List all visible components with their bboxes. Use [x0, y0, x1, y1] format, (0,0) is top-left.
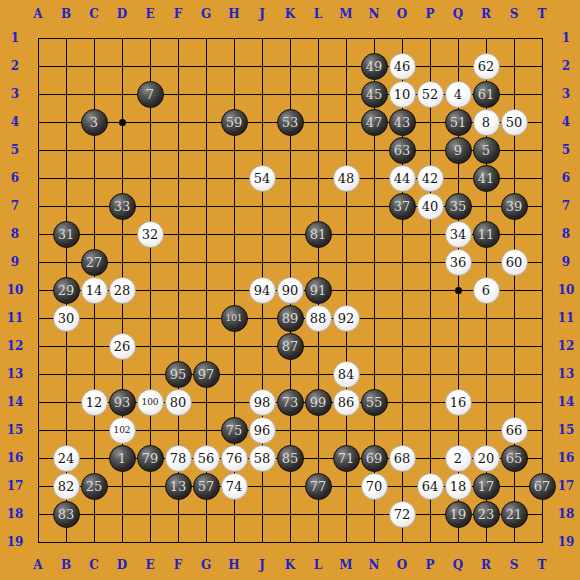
stone-black-29-B10[interactable]: 29 [53, 277, 80, 304]
stone-white-34-Q8[interactable]: 34 [445, 221, 472, 248]
stone-black-75-H15[interactable]: 75 [221, 417, 248, 444]
stone-black-33-D7[interactable]: 33 [109, 193, 136, 220]
stone-black-57-G17[interactable]: 57 [193, 473, 220, 500]
move-number: 29 [58, 283, 75, 298]
stone-black-21-S18[interactable]: 21 [501, 501, 528, 528]
col-top-label-H: H [220, 2, 248, 26]
move-number: 73 [282, 395, 299, 410]
col-bottom-label-S: S [500, 553, 528, 577]
stone-white-46-O2[interactable]: 46 [389, 53, 416, 80]
stone-black-25-C17[interactable]: 25 [81, 473, 108, 500]
move-number: 46 [394, 59, 411, 74]
col-bottom-label-L: L [304, 553, 332, 577]
col-top-label-K: K [276, 2, 304, 26]
move-number: 42 [422, 171, 439, 186]
stone-white-100-E14[interactable]: 100 [137, 389, 164, 416]
move-number: 60 [506, 255, 523, 270]
stone-black-91-L10[interactable]: 91 [305, 277, 332, 304]
stone-black-45-N3[interactable]: 45 [361, 81, 388, 108]
stone-white-16-Q14[interactable]: 16 [445, 389, 472, 416]
stone-black-63-O5[interactable]: 63 [389, 137, 416, 164]
move-number: 51 [450, 115, 467, 130]
stone-black-101-H11[interactable]: 101 [221, 305, 248, 332]
col-bottom-label-O: O [388, 553, 416, 577]
stone-black-93-D14[interactable]: 93 [109, 389, 136, 416]
stone-black-7-E3[interactable]: 7 [137, 81, 164, 108]
stone-black-59-H4[interactable]: 59 [221, 109, 248, 136]
move-number: 68 [394, 451, 411, 466]
stone-white-20-R16[interactable]: 20 [473, 445, 500, 472]
row-right-label-10: 10 [552, 276, 580, 304]
stone-black-79-E16[interactable]: 79 [137, 445, 164, 472]
move-number: 59 [226, 115, 243, 130]
col-bottom-label-A: A [24, 553, 52, 577]
stone-black-87-K12[interactable]: 87 [277, 333, 304, 360]
move-number: 1 [118, 451, 126, 466]
stone-white-92-M11[interactable]: 92 [333, 305, 360, 332]
move-number: 74 [226, 479, 243, 494]
move-number: 3 [90, 115, 98, 130]
col-bottom-label-D: D [108, 553, 136, 577]
stone-black-89-K11[interactable]: 89 [277, 305, 304, 332]
stone-white-90-K10[interactable]: 90 [277, 277, 304, 304]
row-right-label-8: 8 [552, 220, 580, 248]
col-top-label-J: J [248, 2, 276, 26]
move-number: 10 [394, 87, 411, 102]
move-number: 13 [170, 479, 187, 494]
stone-white-70-N17[interactable]: 70 [361, 473, 388, 500]
stone-white-10-O3[interactable]: 10 [389, 81, 416, 108]
move-number: 91 [310, 283, 327, 298]
stone-white-2-Q16[interactable]: 2 [445, 445, 472, 472]
stone-black-5-R5[interactable]: 5 [473, 137, 500, 164]
move-number: 23 [478, 507, 495, 522]
move-number: 85 [282, 451, 299, 466]
col-bottom-label-Q: Q [444, 553, 472, 577]
stone-black-61-R3[interactable]: 61 [473, 81, 500, 108]
move-number: 24 [58, 451, 75, 466]
col-top-label-E: E [136, 2, 164, 26]
stone-white-94-J10[interactable]: 94 [249, 277, 276, 304]
stone-white-42-P6[interactable]: 42 [417, 165, 444, 192]
move-number: 25 [86, 479, 103, 494]
stone-black-51-Q4[interactable]: 51 [445, 109, 472, 136]
move-number: 35 [450, 199, 467, 214]
move-number: 17 [478, 479, 495, 494]
move-number: 41 [478, 171, 495, 186]
col-top-label-Q: Q [444, 2, 472, 26]
stone-white-102-D15[interactable]: 102 [109, 417, 136, 444]
stone-white-56-G16[interactable]: 56 [193, 445, 220, 472]
col-top-label-L: L [304, 2, 332, 26]
stones-layer: 1234567891011121314161718192021232425262… [24, 24, 556, 556]
move-number: 70 [366, 479, 383, 494]
coordinates-bottom: ABCDEFGHJKLMNOPQRST [24, 553, 556, 577]
stone-white-36-Q9[interactable]: 36 [445, 249, 472, 276]
move-number: 34 [450, 227, 467, 242]
move-number: 9 [454, 143, 462, 158]
move-number: 81 [310, 227, 327, 242]
stone-white-64-P17[interactable]: 64 [417, 473, 444, 500]
move-number: 28 [114, 283, 131, 298]
row-right-label-18: 18 [552, 500, 580, 528]
stone-black-97-G13[interactable]: 97 [193, 361, 220, 388]
move-number: 39 [506, 199, 523, 214]
stone-white-80-F14[interactable]: 80 [165, 389, 192, 416]
col-top-label-G: G [192, 2, 220, 26]
move-number: 7 [146, 87, 154, 102]
move-number: 20 [478, 451, 495, 466]
stone-white-82-B17[interactable]: 82 [53, 473, 80, 500]
move-number: 56 [198, 451, 215, 466]
col-bottom-label-J: J [248, 553, 276, 577]
col-top-label-A: A [24, 2, 52, 26]
stone-white-78-F16[interactable]: 78 [165, 445, 192, 472]
stone-black-39-S7[interactable]: 39 [501, 193, 528, 220]
move-number: 88 [310, 311, 327, 326]
move-number: 76 [226, 451, 243, 466]
move-number: 92 [338, 311, 355, 326]
move-number: 44 [394, 171, 411, 186]
col-top-label-D: D [108, 2, 136, 26]
col-top-label-B: B [52, 2, 80, 26]
stone-white-72-O18[interactable]: 72 [389, 501, 416, 528]
stone-black-47-N4[interactable]: 47 [361, 109, 388, 136]
stone-black-73-K14[interactable]: 73 [277, 389, 304, 416]
stone-white-62-R2[interactable]: 62 [473, 53, 500, 80]
col-bottom-label-R: R [472, 553, 500, 577]
move-number: 94 [254, 283, 271, 298]
move-number: 19 [450, 507, 467, 522]
move-number: 18 [450, 479, 467, 494]
move-number: 32 [142, 227, 159, 242]
stone-white-44-O6[interactable]: 44 [389, 165, 416, 192]
move-number: 31 [58, 227, 75, 242]
stone-black-55-N14[interactable]: 55 [361, 389, 388, 416]
move-number: 12 [86, 395, 103, 410]
move-number: 97 [198, 367, 215, 382]
move-number: 55 [366, 395, 383, 410]
col-bottom-label-M: M [332, 553, 360, 577]
col-top-label-C: C [80, 2, 108, 26]
move-number: 21 [506, 507, 523, 522]
move-number: 80 [170, 395, 187, 410]
move-number: 33 [114, 199, 131, 214]
move-number: 11 [478, 227, 495, 242]
stone-black-81-L8[interactable]: 81 [305, 221, 332, 248]
stone-black-99-L14[interactable]: 99 [305, 389, 332, 416]
stone-black-37-O7[interactable]: 37 [389, 193, 416, 220]
col-bottom-label-F: F [164, 553, 192, 577]
col-top-label-M: M [332, 2, 360, 26]
stone-black-41-R6[interactable]: 41 [473, 165, 500, 192]
stone-white-32-E8[interactable]: 32 [137, 221, 164, 248]
move-number: 36 [450, 255, 467, 270]
stone-white-50-S4[interactable]: 50 [501, 109, 528, 136]
move-number: 2 [454, 451, 462, 466]
move-number: 86 [338, 395, 355, 410]
move-number: 8 [482, 115, 490, 130]
row-right-label-12: 12 [552, 332, 580, 360]
move-number: 37 [394, 199, 411, 214]
stone-white-24-B16[interactable]: 24 [53, 445, 80, 472]
stone-white-18-Q17[interactable]: 18 [445, 473, 472, 500]
move-number: 61 [478, 87, 495, 102]
stone-white-12-C14[interactable]: 12 [81, 389, 108, 416]
row-right-label-1: 1 [552, 24, 580, 52]
col-bottom-label-E: E [136, 553, 164, 577]
move-number: 75 [226, 423, 243, 438]
row-right-label-4: 4 [552, 108, 580, 136]
stone-black-31-B8[interactable]: 31 [53, 221, 80, 248]
stone-black-3-C4[interactable]: 3 [81, 109, 108, 136]
move-number: 101 [225, 313, 242, 323]
stone-white-14-C10[interactable]: 14 [81, 277, 108, 304]
row-right-label-13: 13 [552, 360, 580, 388]
move-number: 93 [114, 395, 131, 410]
move-number: 58 [254, 451, 271, 466]
stone-white-52-P3[interactable]: 52 [417, 81, 444, 108]
move-number: 100 [141, 397, 158, 407]
stone-black-43-O4[interactable]: 43 [389, 109, 416, 136]
row-right-label-7: 7 [552, 192, 580, 220]
move-number: 79 [142, 451, 159, 466]
col-bottom-label-G: G [192, 553, 220, 577]
stone-white-66-S15[interactable]: 66 [501, 417, 528, 444]
move-number: 89 [282, 311, 299, 326]
row-right-label-2: 2 [552, 52, 580, 80]
row-right-label-5: 5 [552, 136, 580, 164]
stone-white-30-B11[interactable]: 30 [53, 305, 80, 332]
move-number: 84 [338, 367, 355, 382]
move-number: 82 [58, 479, 75, 494]
move-number: 99 [310, 395, 327, 410]
stone-black-19-Q18[interactable]: 19 [445, 501, 472, 528]
move-number: 62 [478, 59, 495, 74]
stone-white-6-R10[interactable]: 6 [473, 277, 500, 304]
stone-white-96-J15[interactable]: 96 [249, 417, 276, 444]
col-top-label-T: T [528, 2, 556, 26]
move-number: 45 [366, 87, 383, 102]
stone-white-88-L11[interactable]: 88 [305, 305, 332, 332]
stone-white-54-J6[interactable]: 54 [249, 165, 276, 192]
move-number: 43 [394, 115, 411, 130]
row-right-label-6: 6 [552, 164, 580, 192]
stone-black-11-R8[interactable]: 11 [473, 221, 500, 248]
move-number: 87 [282, 339, 299, 354]
col-top-label-S: S [500, 2, 528, 26]
col-top-label-R: R [472, 2, 500, 26]
move-number: 50 [506, 115, 523, 130]
move-number: 66 [506, 423, 523, 438]
stone-white-48-M6[interactable]: 48 [333, 165, 360, 192]
stone-white-86-M14[interactable]: 86 [333, 389, 360, 416]
move-number: 67 [534, 479, 551, 494]
stone-black-17-R17[interactable]: 17 [473, 473, 500, 500]
row-right-label-16: 16 [552, 444, 580, 472]
row-right-label-11: 11 [552, 304, 580, 332]
move-number: 78 [170, 451, 187, 466]
row-right-label-14: 14 [552, 388, 580, 416]
row-right-label-19: 19 [552, 528, 580, 556]
stone-black-95-F13[interactable]: 95 [165, 361, 192, 388]
move-number: 65 [506, 451, 523, 466]
stone-white-8-R4[interactable]: 8 [473, 109, 500, 136]
move-number: 52 [422, 87, 439, 102]
move-number: 40 [422, 199, 439, 214]
move-number: 90 [282, 283, 299, 298]
move-number: 102 [113, 425, 130, 435]
stone-white-76-H16[interactable]: 76 [221, 445, 248, 472]
stone-black-77-L17[interactable]: 77 [305, 473, 332, 500]
move-number: 27 [86, 255, 103, 270]
col-bottom-label-B: B [52, 553, 80, 577]
stone-black-23-R18[interactable]: 23 [473, 501, 500, 528]
stone-white-84-M13[interactable]: 84 [333, 361, 360, 388]
move-number: 4 [454, 87, 462, 102]
move-number: 5 [482, 143, 490, 158]
move-number: 72 [394, 507, 411, 522]
row-right-label-3: 3 [552, 80, 580, 108]
move-number: 48 [338, 171, 355, 186]
col-bottom-label-T: T [528, 553, 556, 577]
move-number: 6 [482, 283, 490, 298]
stone-black-71-M16[interactable]: 71 [333, 445, 360, 472]
stone-black-85-K16[interactable]: 85 [277, 445, 304, 472]
col-top-label-O: O [388, 2, 416, 26]
stone-white-68-O16[interactable]: 68 [389, 445, 416, 472]
stone-black-1-D16[interactable]: 1 [109, 445, 136, 472]
col-top-label-F: F [164, 2, 192, 26]
col-bottom-label-C: C [80, 553, 108, 577]
stone-black-65-S16[interactable]: 65 [501, 445, 528, 472]
stone-black-53-K4[interactable]: 53 [277, 109, 304, 136]
move-number: 54 [254, 171, 271, 186]
move-number: 26 [114, 339, 131, 354]
stone-black-69-N16[interactable]: 69 [361, 445, 388, 472]
move-number: 95 [170, 367, 187, 382]
stone-white-28-D10[interactable]: 28 [109, 277, 136, 304]
stone-black-13-F17[interactable]: 13 [165, 473, 192, 500]
col-bottom-label-P: P [416, 553, 444, 577]
stone-black-35-Q7[interactable]: 35 [445, 193, 472, 220]
col-bottom-label-H: H [220, 553, 248, 577]
stone-black-49-N2[interactable]: 49 [361, 53, 388, 80]
stone-white-58-J16[interactable]: 58 [249, 445, 276, 472]
row-right-label-9: 9 [552, 248, 580, 276]
stone-black-83-B18[interactable]: 83 [53, 501, 80, 528]
row-right-label-17: 17 [552, 472, 580, 500]
move-number: 14 [86, 283, 103, 298]
col-top-label-N: N [360, 2, 388, 26]
coordinates-right: 12345678910111213141516171819 [552, 24, 580, 556]
move-number: 47 [366, 115, 383, 130]
move-number: 53 [282, 115, 299, 130]
col-bottom-label-K: K [276, 553, 304, 577]
move-number: 16 [450, 395, 467, 410]
stone-black-9-Q5[interactable]: 9 [445, 137, 472, 164]
col-bottom-label-N: N [360, 553, 388, 577]
move-number: 98 [254, 395, 271, 410]
move-number: 30 [58, 311, 75, 326]
stone-white-4-Q3[interactable]: 4 [445, 81, 472, 108]
move-number: 83 [58, 507, 75, 522]
move-number: 69 [366, 451, 383, 466]
move-number: 71 [338, 451, 355, 466]
coordinates-top: ABCDEFGHJKLMNOPQRST [24, 2, 556, 26]
move-number: 57 [198, 479, 215, 494]
row-right-label-15: 15 [552, 416, 580, 444]
stone-white-60-S9[interactable]: 60 [501, 249, 528, 276]
stone-white-26-D12[interactable]: 26 [109, 333, 136, 360]
move-number: 77 [310, 479, 327, 494]
go-board[interactable]: ABCDEFGHJKLMNOPQRST ABCDEFGHJKLMNOPQRST … [0, 0, 580, 580]
stone-white-74-H17[interactable]: 74 [221, 473, 248, 500]
move-number: 49 [366, 59, 383, 74]
stone-black-27-C9[interactable]: 27 [81, 249, 108, 276]
stone-white-98-J14[interactable]: 98 [249, 389, 276, 416]
move-number: 96 [254, 423, 271, 438]
col-top-label-P: P [416, 2, 444, 26]
move-number: 63 [394, 143, 411, 158]
stone-black-67-T17[interactable]: 67 [529, 473, 556, 500]
move-number: 64 [422, 479, 439, 494]
stone-white-40-P7[interactable]: 40 [417, 193, 444, 220]
